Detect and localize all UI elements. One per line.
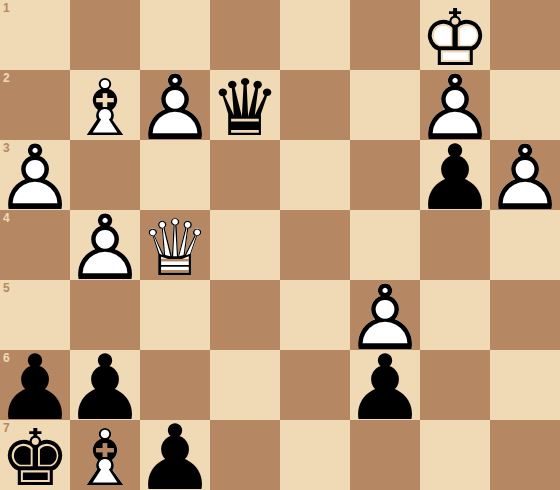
square-f5[interactable]	[140, 280, 210, 350]
piece-white-pawn[interactable]: ♟♙	[0, 140, 70, 210]
square-h4[interactable]: 4	[0, 210, 70, 280]
square-e3[interactable]	[210, 140, 280, 210]
square-d7[interactable]	[280, 420, 350, 490]
piece-black-pawn[interactable]: ♟	[350, 350, 420, 420]
white-pawn-icon: ♙	[70, 213, 140, 283]
square-e1[interactable]	[210, 0, 280, 70]
square-c3[interactable]	[350, 140, 420, 210]
square-b6[interactable]	[420, 350, 490, 420]
square-a3[interactable]: ♟♙	[490, 140, 560, 210]
white-pawn-icon: ♙	[140, 73, 210, 143]
white-pawn-icon: ♙	[490, 143, 560, 213]
square-d6[interactable]	[280, 350, 350, 420]
black-pawn-icon: ♟	[140, 423, 210, 490]
chess-board: 1♚♔2♝♗♟♙♛♟♙3♟♙♟♟♙4♟♙♛♕5♟♙6♟♟♟7♚♝♗♟	[0, 0, 560, 490]
white-queen-icon: ♕	[140, 213, 210, 283]
square-a6[interactable]	[490, 350, 560, 420]
piece-white-queen[interactable]: ♛♕	[140, 210, 210, 280]
square-f4[interactable]: ♛♕	[140, 210, 210, 280]
square-e4[interactable]	[210, 210, 280, 280]
square-b3[interactable]: ♟	[420, 140, 490, 210]
square-c2[interactable]	[350, 70, 420, 140]
piece-black-pawn[interactable]: ♟	[140, 420, 210, 490]
square-e2[interactable]: ♛	[210, 70, 280, 140]
piece-white-pawn[interactable]: ♟♙	[70, 210, 140, 280]
square-e7[interactable]	[210, 420, 280, 490]
black-pawn-icon: ♟	[420, 143, 490, 213]
square-c1[interactable]	[350, 0, 420, 70]
square-g1[interactable]	[70, 0, 140, 70]
black-queen-icon: ♛	[210, 73, 280, 143]
rank-label-4: 4	[3, 211, 10, 225]
square-c7[interactable]	[350, 420, 420, 490]
square-d1[interactable]	[280, 0, 350, 70]
piece-white-pawn[interactable]: ♟♙	[490, 140, 560, 210]
square-g6[interactable]: ♟	[70, 350, 140, 420]
square-h6[interactable]: 6♟	[0, 350, 70, 420]
white-pawn-icon: ♙	[0, 143, 70, 213]
square-f3[interactable]	[140, 140, 210, 210]
square-f7[interactable]: ♟	[140, 420, 210, 490]
rank-label-5: 5	[3, 281, 10, 295]
square-b4[interactable]	[420, 210, 490, 280]
piece-black-pawn[interactable]: ♟	[420, 140, 490, 210]
piece-white-bishop[interactable]: ♝♗	[70, 420, 140, 490]
piece-white-bishop[interactable]: ♝♗	[70, 70, 140, 140]
rank-label-2: 2	[3, 71, 10, 85]
square-d4[interactable]	[280, 210, 350, 280]
white-bishop-icon: ♗	[70, 423, 140, 490]
piece-black-king[interactable]: ♚	[0, 420, 70, 490]
square-a4[interactable]	[490, 210, 560, 280]
square-b7[interactable]	[420, 420, 490, 490]
square-f2[interactable]: ♟♙	[140, 70, 210, 140]
square-b5[interactable]	[420, 280, 490, 350]
square-g7[interactable]: ♝♗	[70, 420, 140, 490]
piece-black-queen[interactable]: ♛	[210, 70, 280, 140]
square-c6[interactable]: ♟	[350, 350, 420, 420]
square-d5[interactable]	[280, 280, 350, 350]
black-pawn-icon: ♟	[350, 353, 420, 423]
square-a1[interactable]	[490, 0, 560, 70]
square-d3[interactable]	[280, 140, 350, 210]
square-a5[interactable]	[490, 280, 560, 350]
square-h7[interactable]: 7♚	[0, 420, 70, 490]
square-g2[interactable]: ♝♗	[70, 70, 140, 140]
piece-black-pawn[interactable]: ♟	[0, 350, 70, 420]
square-e6[interactable]	[210, 350, 280, 420]
black-king-icon: ♚	[0, 423, 70, 490]
white-bishop-icon: ♗	[70, 73, 140, 143]
square-h1[interactable]: 1	[0, 0, 70, 70]
piece-white-pawn[interactable]: ♟♙	[140, 70, 210, 140]
square-g4[interactable]: ♟♙	[70, 210, 140, 280]
square-d2[interactable]	[280, 70, 350, 140]
square-h3[interactable]: 3♟♙	[0, 140, 70, 210]
square-a7[interactable]	[490, 420, 560, 490]
rank-label-1: 1	[3, 1, 10, 15]
piece-black-pawn[interactable]: ♟	[70, 350, 140, 420]
square-e5[interactable]	[210, 280, 280, 350]
